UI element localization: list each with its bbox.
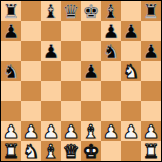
square-f3[interactable] xyxy=(101,101,121,121)
square-f2[interactable]: ♟ xyxy=(101,121,121,141)
square-a5[interactable]: ♞ xyxy=(1,61,21,81)
square-b1[interactable]: ♞ xyxy=(21,141,41,161)
piece-black-queen[interactable]: ♛ xyxy=(62,1,79,21)
piece-black-bishop[interactable]: ♝ xyxy=(102,1,119,21)
piece-black-pawn[interactable]: ♟ xyxy=(42,41,59,61)
square-c2[interactable]: ♟ xyxy=(41,121,61,141)
square-h2[interactable]: ♟ xyxy=(141,121,161,141)
square-b3[interactable] xyxy=(21,101,41,121)
chess-board: ♜♝♛♚♝♜♟♟♟♟♞♟♞♟♞♟♟♟♟♝♟♟♟♜♞♝♛♚♜ xyxy=(1,1,161,161)
square-g2[interactable]: ♟ xyxy=(121,121,141,141)
square-e3[interactable] xyxy=(81,101,101,121)
piece-white-queen[interactable]: ♛ xyxy=(62,141,79,161)
square-d3[interactable] xyxy=(61,101,81,121)
square-g5[interactable]: ♞ xyxy=(121,61,141,81)
square-b6[interactable] xyxy=(21,41,41,61)
piece-white-bishop[interactable]: ♝ xyxy=(42,141,59,161)
square-a6[interactable] xyxy=(1,41,21,61)
piece-black-pawn[interactable]: ♟ xyxy=(2,21,19,41)
piece-white-knight[interactable]: ♞ xyxy=(122,61,139,81)
piece-white-bishop[interactable]: ♝ xyxy=(82,121,99,141)
piece-white-knight[interactable]: ♞ xyxy=(22,141,39,161)
square-a2[interactable]: ♟ xyxy=(1,121,21,141)
square-d6[interactable] xyxy=(61,41,81,61)
square-f1[interactable] xyxy=(101,141,121,161)
square-c6[interactable]: ♟ xyxy=(41,41,61,61)
piece-white-pawn[interactable]: ♟ xyxy=(2,121,19,141)
square-c4[interactable] xyxy=(41,81,61,101)
square-d7[interactable] xyxy=(61,21,81,41)
square-a3[interactable] xyxy=(1,101,21,121)
square-a8[interactable]: ♜ xyxy=(1,1,21,21)
square-b8[interactable] xyxy=(21,1,41,21)
square-h6[interactable]: ♟ xyxy=(141,41,161,61)
square-f8[interactable]: ♝ xyxy=(101,1,121,21)
piece-white-pawn[interactable]: ♟ xyxy=(102,121,119,141)
square-e2[interactable]: ♝ xyxy=(81,121,101,141)
piece-black-knight[interactable]: ♞ xyxy=(2,61,19,81)
square-e7[interactable] xyxy=(81,21,101,41)
square-h3[interactable] xyxy=(141,101,161,121)
square-d2[interactable]: ♟ xyxy=(61,121,81,141)
square-h5[interactable] xyxy=(141,61,161,81)
square-h4[interactable] xyxy=(141,81,161,101)
square-c1[interactable]: ♝ xyxy=(41,141,61,161)
piece-white-rook[interactable]: ♜ xyxy=(142,141,159,161)
square-d5[interactable] xyxy=(61,61,81,81)
square-e6[interactable] xyxy=(81,41,101,61)
square-h7[interactable] xyxy=(141,21,161,41)
piece-black-pawn[interactable]: ♟ xyxy=(122,21,139,41)
square-h8[interactable]: ♜ xyxy=(141,1,161,21)
square-c8[interactable]: ♝ xyxy=(41,1,61,21)
square-e4[interactable] xyxy=(81,81,101,101)
square-a4[interactable] xyxy=(1,81,21,101)
square-e1[interactable]: ♚ xyxy=(81,141,101,161)
square-f5[interactable] xyxy=(101,61,121,81)
square-e8[interactable]: ♚ xyxy=(81,1,101,21)
square-g3[interactable] xyxy=(121,101,141,121)
square-c3[interactable] xyxy=(41,101,61,121)
square-g1[interactable] xyxy=(121,141,141,161)
square-f7[interactable]: ♟ xyxy=(101,21,121,41)
piece-black-king[interactable]: ♚ xyxy=(82,1,99,21)
square-b7[interactable] xyxy=(21,21,41,41)
piece-white-pawn[interactable]: ♟ xyxy=(42,121,59,141)
square-g8[interactable] xyxy=(121,1,141,21)
piece-white-king[interactable]: ♚ xyxy=(82,141,99,161)
square-c5[interactable] xyxy=(41,61,61,81)
piece-black-rook[interactable]: ♜ xyxy=(142,1,159,21)
square-c7[interactable] xyxy=(41,21,61,41)
chess-board-frame: ♜♝♛♚♝♜♟♟♟♟♞♟♞♟♞♟♟♟♟♝♟♟♟♜♞♝♛♚♜ xyxy=(0,0,162,162)
piece-white-rook[interactable]: ♜ xyxy=(2,141,19,161)
square-e5[interactable]: ♟ xyxy=(81,61,101,81)
square-b4[interactable] xyxy=(21,81,41,101)
piece-white-pawn[interactable]: ♟ xyxy=(122,121,139,141)
square-h1[interactable]: ♜ xyxy=(141,141,161,161)
square-g6[interactable] xyxy=(121,41,141,61)
square-d1[interactable]: ♛ xyxy=(61,141,81,161)
piece-black-knight[interactable]: ♞ xyxy=(102,41,119,61)
square-g7[interactable]: ♟ xyxy=(121,21,141,41)
piece-black-rook[interactable]: ♜ xyxy=(2,1,19,21)
piece-black-pawn[interactable]: ♟ xyxy=(82,61,99,81)
piece-white-pawn[interactable]: ♟ xyxy=(62,121,79,141)
square-a1[interactable]: ♜ xyxy=(1,141,21,161)
piece-black-pawn[interactable]: ♟ xyxy=(142,41,159,61)
square-g4[interactable] xyxy=(121,81,141,101)
square-d8[interactable]: ♛ xyxy=(61,1,81,21)
piece-white-pawn[interactable]: ♟ xyxy=(22,121,39,141)
piece-white-pawn[interactable]: ♟ xyxy=(142,121,159,141)
square-a7[interactable]: ♟ xyxy=(1,21,21,41)
square-d4[interactable] xyxy=(61,81,81,101)
square-f4[interactable] xyxy=(101,81,121,101)
piece-black-bishop[interactable]: ♝ xyxy=(42,1,59,21)
square-f6[interactable]: ♞ xyxy=(101,41,121,61)
piece-black-pawn[interactable]: ♟ xyxy=(102,21,119,41)
square-b2[interactable]: ♟ xyxy=(21,121,41,141)
square-b5[interactable] xyxy=(21,61,41,81)
